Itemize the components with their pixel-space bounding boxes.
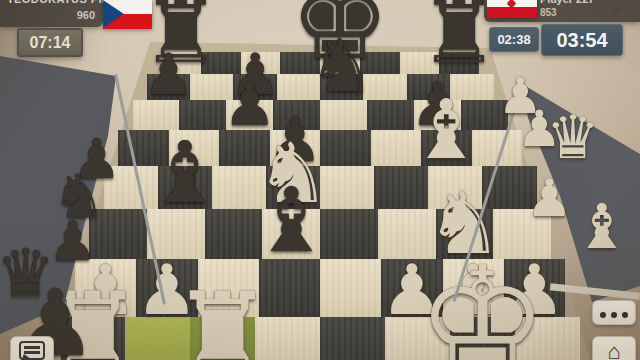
player-panel-left: TEODORATUS PIETO 960 xyxy=(0,0,103,27)
captured-piece-black: ♟ xyxy=(48,214,97,269)
player-right-rating: 853 xyxy=(540,7,557,18)
captured-piece-white: ♛ xyxy=(546,107,600,167)
board-square[interactable]: ♞ xyxy=(320,74,363,100)
board-rank-row: ♜♜♚ xyxy=(61,317,580,360)
captured-piece-white: ♝ xyxy=(574,196,630,258)
board-square[interactable] xyxy=(320,317,385,360)
board-square[interactable]: ♚ xyxy=(450,317,515,360)
chess-piece-black-knight[interactable]: ♞ xyxy=(309,29,375,103)
player-left-name: TEODORATUS PIETO xyxy=(7,0,103,5)
board-square[interactable]: ♝ xyxy=(158,166,212,209)
chess-piece-white-bishop[interactable]: ♝ xyxy=(409,89,483,171)
player-right-name: Player 227 xyxy=(540,0,594,5)
chess-piece-black-bishop[interactable]: ♝ xyxy=(251,177,330,266)
chat-menu-button[interactable] xyxy=(10,336,54,360)
chess-piece-black-pawn[interactable]: ♟ xyxy=(143,46,194,103)
iran-flag-emblem xyxy=(507,0,517,8)
czech-flag-icon xyxy=(103,0,152,29)
more-options-button[interactable] xyxy=(592,300,636,325)
star-icon: ★ xyxy=(612,4,622,17)
home-button[interactable]: ⌂ xyxy=(592,336,636,360)
chess-app-screen: { "game": "chess", "app_style": "3d-pers… xyxy=(0,0,640,360)
board-square[interactable]: ♝ xyxy=(262,209,320,259)
board-square[interactable]: ♟ xyxy=(147,74,190,100)
ellipsis-icon xyxy=(598,304,631,322)
player-left-rating: 960 xyxy=(77,9,95,21)
board-square[interactable]: ♝ xyxy=(421,130,472,166)
chat-bubble-icon xyxy=(19,341,45,360)
iran-flag-icon xyxy=(487,0,537,18)
board-square[interactable]: ♜ xyxy=(190,317,255,360)
player-right-clock-secondary: 02:38 xyxy=(489,27,539,52)
player-left-clock: 07:14 xyxy=(17,28,83,57)
captured-piece-white: ♟ xyxy=(526,172,573,224)
czech-flag-triangle xyxy=(103,0,124,28)
chess-piece-white-king[interactable]: ♚ xyxy=(417,247,548,360)
chess-piece-black-bishop[interactable]: ♝ xyxy=(146,130,222,215)
player-right-clock-primary: 03:54 xyxy=(541,24,623,56)
home-icon: ⌂ xyxy=(607,339,620,360)
chess-piece-white-rook[interactable]: ♜ xyxy=(171,277,275,360)
